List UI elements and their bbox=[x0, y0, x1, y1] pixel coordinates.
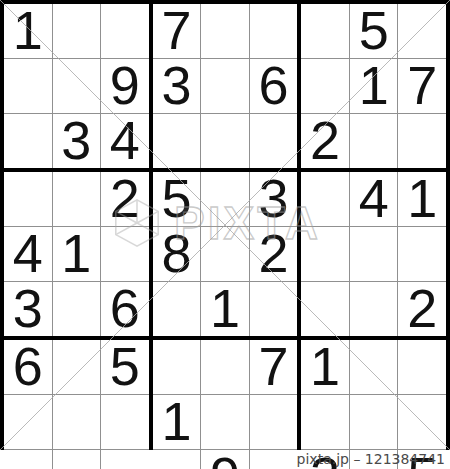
given-digit: 3 bbox=[259, 171, 289, 225]
given-digit: 5 bbox=[110, 339, 140, 393]
cell-r4c6[interactable]: 3 bbox=[250, 172, 298, 226]
cell-r4c7[interactable] bbox=[301, 172, 349, 226]
cell-r6c2[interactable] bbox=[53, 282, 101, 336]
cell-r6c3[interactable]: 6 bbox=[101, 282, 149, 336]
given-digit: 3 bbox=[13, 281, 43, 335]
box-2: 736 bbox=[153, 4, 298, 168]
given-digit: 1 bbox=[210, 281, 240, 335]
cell-r6c8[interactable] bbox=[350, 282, 398, 336]
cell-r8c5[interactable] bbox=[201, 395, 249, 449]
cell-r3c9[interactable] bbox=[398, 114, 446, 168]
given-digit: 1 bbox=[310, 339, 340, 393]
given-digit: 6 bbox=[13, 339, 43, 393]
cell-r2c3[interactable]: 9 bbox=[101, 59, 149, 113]
cell-r4c3[interactable]: 2 bbox=[101, 172, 149, 226]
cell-r2c2[interactable] bbox=[53, 59, 101, 113]
given-digit: 2 bbox=[259, 226, 289, 280]
cell-r4c4[interactable]: 5 bbox=[153, 172, 201, 226]
cell-r5c3[interactable] bbox=[101, 227, 149, 281]
cell-r6c5[interactable]: 1 bbox=[201, 282, 249, 336]
cell-r2c4[interactable]: 3 bbox=[153, 59, 201, 113]
cell-r3c7[interactable]: 2 bbox=[301, 114, 349, 168]
cell-r7c1[interactable]: 6 bbox=[4, 340, 52, 394]
given-digit: 3 bbox=[161, 58, 191, 112]
cell-r8c3[interactable] bbox=[101, 395, 149, 449]
cell-r8c9[interactable] bbox=[398, 395, 446, 449]
cell-r7c8[interactable] bbox=[350, 340, 398, 394]
given-digit: 1 bbox=[161, 394, 191, 448]
cell-r1c1[interactable]: 1 bbox=[4, 4, 52, 58]
cell-r4c9[interactable]: 1 bbox=[398, 172, 446, 226]
cell-r7c9[interactable] bbox=[398, 340, 446, 394]
cell-r3c4[interactable] bbox=[153, 114, 201, 168]
box-6: 412 bbox=[301, 172, 446, 336]
cell-r8c4[interactable]: 1 bbox=[153, 395, 201, 449]
given-digit: 1 bbox=[61, 226, 91, 280]
cell-r1c6[interactable] bbox=[250, 4, 298, 58]
given-digit: 7 bbox=[161, 3, 191, 57]
stock-photo-caption: pixta.jp – 121384741 bbox=[0, 450, 445, 469]
cell-r5c9[interactable] bbox=[398, 227, 446, 281]
cell-r5c1[interactable]: 4 bbox=[4, 227, 52, 281]
cell-r4c2[interactable] bbox=[53, 172, 101, 226]
cell-r3c2[interactable]: 3 bbox=[53, 114, 101, 168]
cell-r1c2[interactable] bbox=[53, 4, 101, 58]
given-digit: 3 bbox=[61, 113, 91, 167]
cell-r7c6[interactable]: 7 bbox=[250, 340, 298, 394]
cell-r8c2[interactable] bbox=[53, 395, 101, 449]
cell-r1c7[interactable] bbox=[301, 4, 349, 58]
cell-r5c4[interactable]: 8 bbox=[153, 227, 201, 281]
cell-r4c1[interactable] bbox=[4, 172, 52, 226]
cell-r6c7[interactable] bbox=[301, 282, 349, 336]
cell-r5c6[interactable]: 2 bbox=[250, 227, 298, 281]
cell-r5c7[interactable] bbox=[301, 227, 349, 281]
cell-r2c1[interactable] bbox=[4, 59, 52, 113]
box-3: 5172 bbox=[301, 4, 446, 168]
cell-r8c1[interactable] bbox=[4, 395, 52, 449]
cell-r7c3[interactable]: 5 bbox=[101, 340, 149, 394]
cell-r2c6[interactable]: 6 bbox=[250, 59, 298, 113]
given-digit: 5 bbox=[161, 171, 191, 225]
box-5: 53821 bbox=[153, 172, 298, 336]
cell-r7c7[interactable]: 1 bbox=[301, 340, 349, 394]
cell-r8c7[interactable] bbox=[301, 395, 349, 449]
cell-r2c9[interactable]: 7 bbox=[398, 59, 446, 113]
cell-r6c6[interactable] bbox=[250, 282, 298, 336]
cell-r3c5[interactable] bbox=[201, 114, 249, 168]
cell-r6c1[interactable]: 3 bbox=[4, 282, 52, 336]
cell-r3c6[interactable] bbox=[250, 114, 298, 168]
box-1: 1934 bbox=[4, 4, 149, 168]
given-digit: 1 bbox=[407, 171, 437, 225]
given-digit: 2 bbox=[110, 171, 140, 225]
cell-r2c8[interactable]: 1 bbox=[350, 59, 398, 113]
given-digit: 4 bbox=[359, 171, 389, 225]
given-digit: 1 bbox=[359, 58, 389, 112]
cell-r7c4[interactable] bbox=[153, 340, 201, 394]
cell-r2c7[interactable] bbox=[301, 59, 349, 113]
given-digit: 8 bbox=[161, 226, 191, 280]
cell-r5c5[interactable] bbox=[201, 227, 249, 281]
cell-r1c8[interactable]: 5 bbox=[350, 4, 398, 58]
given-digit: 2 bbox=[310, 113, 340, 167]
cell-r3c8[interactable] bbox=[350, 114, 398, 168]
cell-r5c8[interactable] bbox=[350, 227, 398, 281]
cell-r7c5[interactable] bbox=[201, 340, 249, 394]
cell-r5c2[interactable]: 1 bbox=[53, 227, 101, 281]
given-digit: 5 bbox=[359, 3, 389, 57]
given-digit: 6 bbox=[110, 281, 140, 335]
given-digit: 2 bbox=[407, 281, 437, 335]
cell-r4c5[interactable] bbox=[201, 172, 249, 226]
cell-r8c8[interactable] bbox=[350, 395, 398, 449]
cell-r3c3[interactable]: 4 bbox=[101, 114, 149, 168]
given-digit: 6 bbox=[259, 58, 289, 112]
sudoku-board: 19347365172241365382141265719135 bbox=[0, 0, 450, 450]
cell-r3c1[interactable] bbox=[4, 114, 52, 168]
cell-r7c2[interactable] bbox=[53, 340, 101, 394]
cell-r1c9[interactable] bbox=[398, 4, 446, 58]
given-digit: 4 bbox=[13, 226, 43, 280]
given-digit: 7 bbox=[407, 58, 437, 112]
sudoku-stock-image: 19347365172241365382141265719135 PIXTA p… bbox=[0, 0, 450, 469]
cell-r1c3[interactable] bbox=[101, 4, 149, 58]
cell-r6c9[interactable]: 2 bbox=[398, 282, 446, 336]
box-4: 24136 bbox=[4, 172, 149, 336]
given-digit: 9 bbox=[110, 58, 140, 112]
cell-r2c5[interactable] bbox=[201, 59, 249, 113]
cell-r8c6[interactable] bbox=[250, 395, 298, 449]
cell-r6c4[interactable] bbox=[153, 282, 201, 336]
given-digit: 4 bbox=[110, 113, 140, 167]
given-digit: 7 bbox=[259, 339, 289, 393]
cell-r4c8[interactable]: 4 bbox=[350, 172, 398, 226]
cell-r1c4[interactable]: 7 bbox=[153, 4, 201, 58]
cell-r1c5[interactable] bbox=[201, 4, 249, 58]
given-digit: 1 bbox=[13, 3, 43, 57]
